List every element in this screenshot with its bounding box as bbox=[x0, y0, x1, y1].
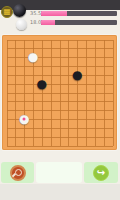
black-score: 35.5 bbox=[30, 10, 41, 16]
redo-button[interactable]: ↪ bbox=[93, 165, 109, 181]
black-player-avatar bbox=[13, 4, 26, 17]
magnifier-icon bbox=[15, 169, 22, 176]
grid-line-horizontal bbox=[7, 110, 113, 111]
go-board[interactable]: ●●●● bbox=[2, 35, 117, 150]
magnifier-handle bbox=[12, 173, 16, 177]
grid-line-horizontal bbox=[7, 128, 113, 129]
grid-line-vertical bbox=[95, 40, 96, 146]
grid-line-vertical bbox=[77, 40, 78, 146]
bottom-strip bbox=[0, 184, 120, 200]
white-player-avatar bbox=[16, 19, 27, 30]
black-stone: ● bbox=[37, 78, 47, 90]
white-stone: ● bbox=[28, 51, 38, 63]
black-progress-fill bbox=[41, 11, 67, 16]
black-stone: ● bbox=[72, 69, 82, 81]
grid-line-horizontal bbox=[7, 137, 113, 138]
grid-line-horizontal bbox=[7, 101, 113, 102]
toolbar-segment-right[interactable]: ↪ bbox=[84, 162, 118, 183]
grid-icon: ▦ bbox=[3, 8, 11, 16]
grid-line-horizontal bbox=[7, 93, 113, 94]
grid-line-vertical bbox=[68, 40, 69, 146]
bottom-toolbar: ↪ bbox=[0, 161, 120, 184]
search-button[interactable] bbox=[10, 165, 26, 181]
grid-line-vertical bbox=[104, 40, 105, 146]
app-screen: ▦ 35.5 18.0 ●●●● ↪ bbox=[0, 0, 120, 200]
black-progress-bar bbox=[41, 11, 117, 16]
board-menu-button[interactable]: ▦ bbox=[1, 6, 13, 18]
grid-line-vertical bbox=[113, 40, 114, 146]
white-score: 18.0 bbox=[30, 19, 41, 25]
last-move-marker bbox=[23, 118, 26, 121]
grid-line-horizontal bbox=[7, 146, 113, 147]
white-progress-fill bbox=[41, 20, 55, 25]
grid-line-vertical bbox=[86, 40, 87, 146]
white-progress-bar bbox=[41, 20, 117, 25]
toolbar-segment-left[interactable] bbox=[1, 162, 34, 183]
redo-arrow-icon: ↪ bbox=[97, 168, 105, 178]
toolbar-segment-middle[interactable] bbox=[36, 162, 82, 183]
